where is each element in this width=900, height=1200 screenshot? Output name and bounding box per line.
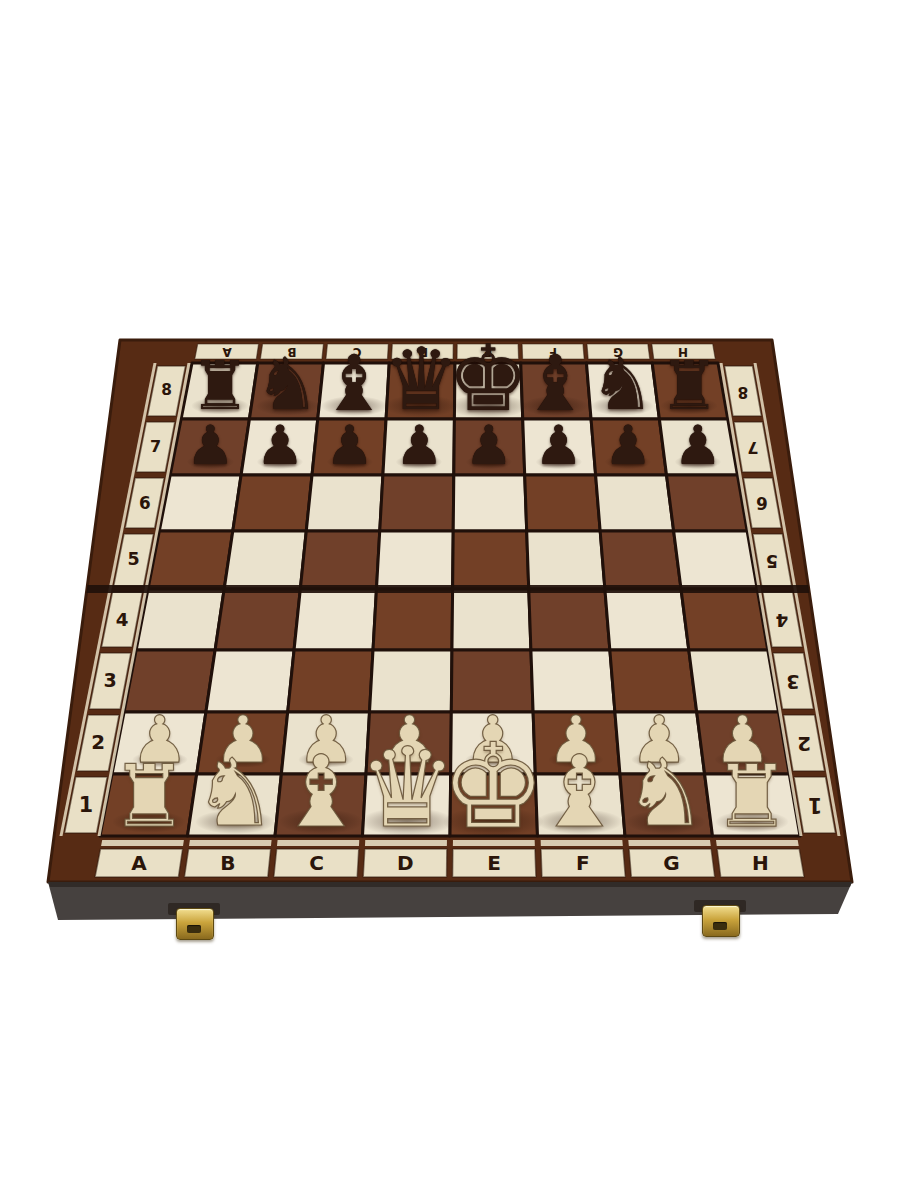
frame-pinstripe: [277, 840, 359, 846]
frame-pinstripe: [189, 840, 272, 846]
frame-pinstripe: [628, 840, 710, 846]
square-c8: [318, 363, 389, 419]
square-c4: [294, 589, 376, 650]
square-d5: [376, 531, 453, 589]
file-label-cell-top: [195, 344, 259, 359]
square-c2: [281, 712, 369, 774]
square-h7: [659, 419, 737, 475]
square-h2: [697, 712, 790, 774]
square-d1: [363, 774, 451, 836]
square-b6: [233, 475, 312, 531]
square-d4: [373, 589, 453, 650]
square-f3: [531, 650, 615, 712]
file-label-cell-bottom: [629, 849, 715, 877]
square-a3: [124, 650, 215, 712]
square-h5: [674, 531, 758, 589]
square-b2: [197, 712, 288, 774]
square-h8: [652, 363, 727, 419]
square-b8: [249, 363, 323, 419]
file-label-cell-bottom: [95, 849, 183, 877]
square-a1: [100, 774, 197, 836]
square-g6: [596, 475, 674, 531]
square-c3: [288, 650, 373, 712]
frame-pinstripe: [453, 840, 535, 846]
file-label-cell-bottom: [274, 849, 359, 877]
file-label-cell-top: [522, 344, 584, 359]
square-e2: [451, 712, 536, 774]
square-f8: [521, 363, 591, 419]
square-h4: [681, 589, 768, 650]
file-label-cell-top: [326, 344, 388, 359]
square-d8: [386, 363, 455, 419]
square-g5: [600, 531, 681, 589]
square-a7: [170, 419, 249, 475]
square-b4: [215, 589, 300, 650]
square-c1: [275, 774, 366, 836]
chess-board: [0, 0, 900, 1200]
file-label-cell-bottom: [453, 849, 536, 877]
fold-seam: [86, 585, 809, 593]
file-label-cell-top: [260, 344, 323, 359]
square-a8: [181, 363, 258, 419]
file-label-cell-top: [391, 344, 453, 359]
square-g7: [591, 419, 666, 475]
square-f1: [535, 774, 625, 836]
frame-pinstripe: [541, 840, 623, 846]
frame-pinstripe: [365, 840, 447, 846]
square-e7: [454, 419, 525, 475]
square-a6: [159, 475, 241, 531]
square-e6: [453, 475, 526, 531]
square-g8: [587, 363, 660, 419]
square-h3: [689, 650, 779, 712]
file-label-cell-top: [457, 344, 519, 359]
square-e3: [451, 650, 533, 712]
file-label-cell-top: [587, 344, 650, 359]
square-e4: [452, 589, 531, 650]
square-f4: [529, 589, 610, 650]
file-label-cell-top: [652, 344, 715, 359]
file-label-cell-bottom: [541, 849, 625, 877]
square-d3: [370, 650, 452, 712]
square-d6: [380, 475, 454, 531]
file-label-cell-bottom: [363, 849, 447, 877]
square-d7: [383, 419, 454, 475]
square-f7: [523, 419, 596, 475]
square-e8: [454, 363, 522, 419]
square-c6: [306, 475, 383, 531]
square-c5: [300, 531, 379, 589]
square-a4: [136, 589, 224, 650]
square-b3: [206, 650, 294, 712]
square-e5: [453, 531, 529, 589]
square-d2: [366, 712, 451, 774]
square-g4: [605, 589, 689, 650]
frame-pinstripe: [716, 840, 799, 846]
box-side-lip: [48, 882, 852, 887]
square-h1: [705, 774, 800, 836]
file-label-cell-bottom: [184, 849, 270, 877]
square-f5: [527, 531, 605, 589]
square-h6: [667, 475, 748, 531]
square-a2: [112, 712, 206, 774]
square-f2: [533, 712, 620, 774]
square-a5: [148, 531, 233, 589]
file-label-cell-bottom: [717, 849, 804, 877]
product-photo: 8877665544332211AABBCCDDEEFFGGHH ♜♞♝♛♚♝♞…: [0, 0, 900, 1200]
square-f6: [525, 475, 600, 531]
frame-pinstripe: [101, 840, 184, 846]
square-c7: [312, 419, 386, 475]
square-e1: [450, 774, 538, 836]
square-g3: [610, 650, 697, 712]
box-side-edge: [48, 882, 852, 920]
square-b5: [224, 531, 306, 589]
square-b7: [241, 419, 318, 475]
square-b1: [188, 774, 282, 836]
square-g2: [615, 712, 705, 774]
square-g1: [620, 774, 713, 836]
